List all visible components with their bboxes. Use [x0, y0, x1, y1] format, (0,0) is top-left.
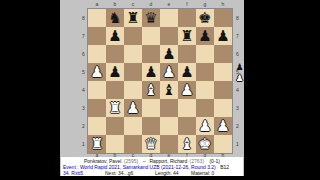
black-pawn-material-icon: ♟ [235, 62, 243, 73]
square-a2 [88, 117, 106, 135]
white-pawn: ♟ [198, 117, 211, 135]
square-a8 [88, 9, 106, 27]
material-indicator: ♟♟ [235, 62, 244, 84]
square-g7: ♟ [196, 27, 214, 45]
square-c4 [124, 81, 142, 99]
rank-label-1: 1 [234, 135, 241, 153]
white-pawn-material-icon: ♟ [235, 73, 243, 84]
material-balance: Material: 0 [191, 170, 214, 176]
file-label-c: c [124, 1, 142, 7]
file-label-b: b [106, 1, 124, 7]
file-label-f: f [178, 1, 196, 7]
square-f4: ♟ [178, 81, 196, 99]
rank-label-6: 6 [80, 45, 87, 63]
square-h1 [214, 135, 232, 153]
black-rook: ♜ [126, 9, 139, 27]
square-c6 [124, 45, 142, 63]
rank-label-7: 7 [80, 27, 87, 45]
game-length: Length: 44 [155, 170, 191, 176]
square-b6 [106, 45, 124, 63]
square-h4 [214, 81, 232, 99]
file-label-e: e [160, 1, 178, 7]
black-pawn: ♟ [108, 63, 121, 81]
video-frame: abcdefgh 87654321 ♞♜♛♚♟♜♟♟♟♟♟♟♟♟♝♝♟♜♟♟♟♜… [0, 0, 320, 180]
file-label-g: g [196, 1, 214, 7]
rank-label-3: 3 [234, 99, 241, 117]
black-pawn: ♟ [216, 27, 229, 45]
white-pawn: ♟ [162, 63, 175, 81]
square-c1 [124, 135, 142, 153]
board-panel: abcdefgh 87654321 ♞♜♛♚♟♜♟♟♟♟♟♟♟♟♝♝♟♜♟♟♟♜… [60, 0, 244, 176]
chess-board: ♞♜♛♚♟♜♟♟♟♟♟♟♟♟♝♝♟♜♟♟♟♜♛♝♚ [88, 9, 232, 153]
square-e4: ♝ [160, 81, 178, 99]
black-king: ♚ [198, 9, 211, 27]
black-pawn: ♟ [108, 27, 121, 45]
square-h7: ♟ [214, 27, 232, 45]
square-d4: ♝ [142, 81, 160, 99]
square-e5: ♟ [160, 63, 178, 81]
square-b1 [106, 135, 124, 153]
file-label-h: h [214, 1, 232, 7]
square-d6 [142, 45, 160, 63]
square-d5: ♟ [142, 63, 160, 81]
square-e8 [160, 9, 178, 27]
rank-label-4: 4 [80, 81, 87, 99]
white-rook: ♜ [90, 135, 103, 153]
square-f3 [178, 99, 196, 117]
next-move: Next: 34...g6 [105, 170, 155, 176]
square-e1 [160, 135, 178, 153]
square-d7 [142, 27, 160, 45]
file-labels-top: abcdefgh [88, 1, 232, 7]
white-queen: ♛ [144, 135, 157, 153]
square-f1: ♝ [178, 135, 196, 153]
square-c8: ♜ [124, 9, 142, 27]
rank-label-2: 2 [234, 117, 241, 135]
square-g6 [196, 45, 214, 63]
game-info-bar: Ponkratov, Pavel (2595) -- Rapport, Rich… [61, 157, 243, 176]
square-b2 [106, 117, 124, 135]
file-label-a: a [88, 1, 106, 7]
square-d1: ♛ [142, 135, 160, 153]
square-c7 [124, 27, 142, 45]
rank-labels-left: 87654321 [80, 9, 87, 153]
square-b3: ♜ [106, 99, 124, 117]
square-c5 [124, 63, 142, 81]
rank-label-8: 8 [80, 9, 87, 27]
square-b5: ♟ [106, 63, 124, 81]
square-f6 [178, 45, 196, 63]
white-pawn: ♟ [126, 99, 139, 117]
black-knight: ♞ [108, 9, 121, 27]
square-a1: ♜ [88, 135, 106, 153]
white-bishop: ♝ [144, 81, 157, 99]
square-b7: ♟ [106, 27, 124, 45]
rank-label-7: 7 [234, 27, 241, 45]
square-b4 [106, 81, 124, 99]
square-e7 [160, 27, 178, 45]
black-queen: ♛ [144, 9, 157, 27]
square-g4 [196, 81, 214, 99]
square-d3 [142, 99, 160, 117]
square-h6 [214, 45, 232, 63]
square-c3: ♟ [124, 99, 142, 117]
black-pawn: ♟ [180, 63, 193, 81]
black-pawn: ♟ [198, 27, 211, 45]
current-move: 34. Rxb5 [63, 170, 105, 176]
square-a3 [88, 99, 106, 117]
eco-code: B12 [220, 164, 229, 170]
square-g8: ♚ [196, 9, 214, 27]
square-f2 [178, 117, 196, 135]
square-e3 [160, 99, 178, 117]
rank-label-5: 5 [80, 63, 87, 81]
black-pawn: ♟ [144, 63, 157, 81]
square-g1: ♚ [196, 135, 214, 153]
square-a7 [88, 27, 106, 45]
square-h2: ♟ [214, 117, 232, 135]
square-h8 [214, 9, 232, 27]
square-g2: ♟ [196, 117, 214, 135]
white-rook: ♜ [108, 99, 121, 117]
square-f7: ♜ [178, 27, 196, 45]
square-e6: ♟ [160, 45, 178, 63]
move-info-line: 34. Rxb5 Next: 34...g6 Length: 44 Materi… [63, 170, 243, 176]
white-pawn: ♟ [180, 81, 193, 99]
rank-label-1: 1 [80, 135, 87, 153]
file-label-d: d [142, 1, 160, 7]
square-b8: ♞ [106, 9, 124, 27]
square-f5: ♟ [178, 63, 196, 81]
square-h5 [214, 63, 232, 81]
square-c2 [124, 117, 142, 135]
white-bishop: ♝ [180, 135, 193, 153]
square-d8: ♛ [142, 9, 160, 27]
square-a6 [88, 45, 106, 63]
square-g3 [196, 99, 214, 117]
white-pawn: ♟ [90, 63, 103, 81]
white-king: ♚ [198, 135, 211, 153]
square-d2 [142, 117, 160, 135]
square-f8 [178, 9, 196, 27]
black-bishop: ♝ [162, 81, 175, 99]
white-pawn: ♟ [216, 117, 229, 135]
square-a5: ♟ [88, 63, 106, 81]
rank-label-6: 6 [234, 45, 241, 63]
rank-label-2: 2 [80, 117, 87, 135]
square-a4 [88, 81, 106, 99]
square-e2 [160, 117, 178, 135]
rank-label-8: 8 [234, 9, 241, 27]
black-pawn: ♟ [162, 45, 175, 63]
black-rook: ♜ [180, 27, 193, 45]
square-h3 [214, 99, 232, 117]
rank-label-3: 3 [80, 99, 87, 117]
square-g5 [196, 63, 214, 81]
